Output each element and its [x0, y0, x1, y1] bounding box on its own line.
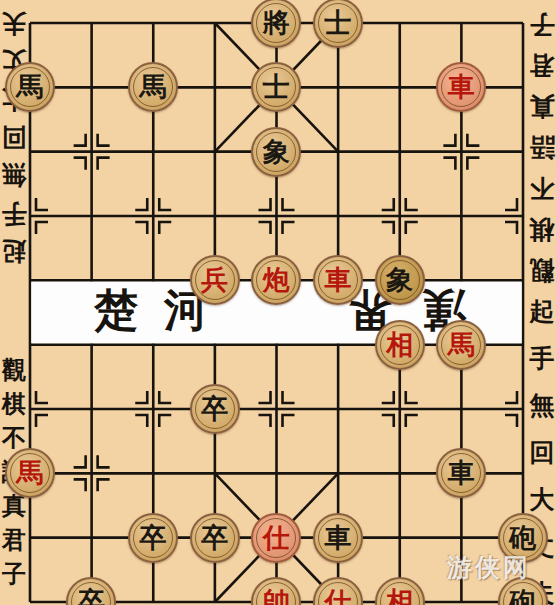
piece-black-f6-r4[interactable]: 象	[375, 255, 425, 305]
piece-black-f4-r1[interactable]: 士	[251, 62, 301, 112]
piece-red-f4-r9[interactable]: 帥	[251, 577, 301, 605]
piece-black-f2-r1[interactable]: 馬	[128, 62, 178, 112]
piece-black-f0-r1[interactable]: 馬	[5, 62, 55, 112]
piece-black-f3-r8[interactable]: 卒	[190, 513, 240, 563]
piece-red-f6-r9[interactable]: 相	[375, 577, 425, 605]
xiangqi-screen: 起手無回大丈夫 觀棋不語真君子 觀棋不語真君子 起手無回大丈夫 楚河 漢界 將士…	[0, 0, 556, 605]
piece-red-f5-r9[interactable]: 仕	[313, 577, 363, 605]
piece-black-f2-r8[interactable]: 卒	[128, 513, 178, 563]
piece-black-f5-r0[interactable]: 士	[313, 0, 363, 48]
piece-black-f3-r6[interactable]: 卒	[190, 384, 240, 434]
piece-red-f7-r5[interactable]: 馬	[436, 320, 486, 370]
piece-red-f3-r4[interactable]: 兵	[190, 255, 240, 305]
piece-red-f5-r4[interactable]: 車	[313, 255, 363, 305]
piece-black-f7-r7[interactable]: 車	[436, 448, 486, 498]
piece-red-f4-r4[interactable]: 炮	[251, 255, 301, 305]
piece-black-f1-r9[interactable]: 卒	[66, 577, 116, 605]
piece-red-f6-r5[interactable]: 相	[375, 320, 425, 370]
xiangqi-board-grid[interactable]: 將士士馬馬象車兵炮車象相馬卒馬車卒卒仕車砲卒帥仕相砲	[0, 0, 554, 605]
piece-red-f4-r8[interactable]: 仕	[251, 513, 301, 563]
watermark-text: 游侠网	[447, 551, 531, 584]
piece-black-f5-r8[interactable]: 車	[313, 513, 363, 563]
piece-red-f7-r1[interactable]: 車	[436, 62, 486, 112]
piece-red-f0-r7[interactable]: 馬	[5, 448, 55, 498]
piece-black-f4-r0[interactable]: 將	[251, 0, 301, 48]
piece-black-f4-r2[interactable]: 象	[251, 127, 301, 177]
